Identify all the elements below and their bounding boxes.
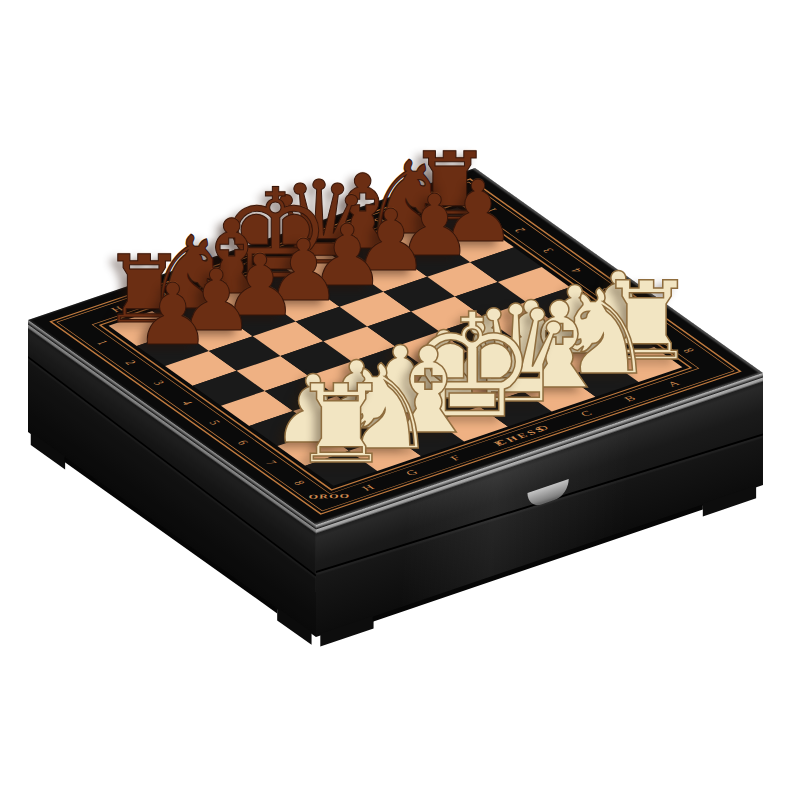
- box-bottom-recess-left: [65, 457, 278, 613]
- rank-label-right-7: 7: [653, 327, 669, 334]
- rank-label-left-5: 5: [206, 419, 222, 426]
- file-label-top-a: A: [414, 201, 430, 209]
- file-label-top-h: H: [109, 305, 125, 313]
- file-label-bottom-f: F: [449, 454, 463, 462]
- file-label-bottom-h: H: [360, 484, 376, 492]
- rank-label-right-2: 2: [512, 227, 528, 234]
- rank-label-right-4: 4: [569, 267, 585, 274]
- rank-label-right-1: 1: [484, 207, 500, 214]
- file-label-bottom-g: G: [404, 469, 420, 477]
- file-label-bottom-c: C: [579, 410, 595, 418]
- rank-label-right-6: 6: [625, 307, 641, 314]
- file-label-bottom-b: B: [622, 395, 638, 403]
- product-photo-chess-box: CHESS OROO 1234567812345678HGFEDCBAHGFED…: [0, 0, 800, 800]
- file-label-top-c: C: [327, 231, 343, 239]
- rank-label-left-7: 7: [263, 459, 279, 466]
- box-foot-west: [31, 432, 65, 469]
- file-label-top-e: E: [240, 260, 255, 268]
- rank-label-left-1: 1: [94, 339, 110, 346]
- file-label-bottom-a: A: [666, 380, 682, 388]
- rank-label-right-8: 8: [681, 347, 697, 354]
- brand-logo: OROO: [308, 492, 350, 500]
- drawer-pull-notch: [527, 479, 568, 509]
- file-label-top-b: B: [371, 216, 387, 224]
- file-label-top-g: G: [152, 290, 168, 298]
- file-label-top-d: D: [283, 245, 299, 253]
- box-foot-south-left: [277, 607, 311, 644]
- rank-label-right-3: 3: [540, 247, 556, 254]
- rank-label-left-2: 2: [122, 359, 138, 366]
- box-bottom-recess-right: [373, 504, 703, 621]
- rank-label-left-8: 8: [291, 479, 307, 486]
- box-foot-south-right: [320, 615, 373, 646]
- rank-label-left-4: 4: [178, 399, 194, 406]
- rank-label-left-3: 3: [150, 379, 166, 386]
- file-label-top-f: F: [197, 275, 211, 283]
- box-foot-east: [703, 485, 756, 516]
- rank-label-right-5: 5: [597, 287, 613, 294]
- rank-label-left-6: 6: [235, 439, 251, 446]
